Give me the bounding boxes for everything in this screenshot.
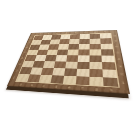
square-h1 [103,77,118,87]
square-g1 [89,77,103,86]
file-label: f [75,85,89,91]
rank-label: 8 [113,35,116,37]
rank-label: 1 [121,81,125,85]
rank-label: 3 [118,65,122,68]
square-f1 [76,76,90,85]
rank-label: 5 [116,51,119,54]
chess-board: abcdefgh abcdefgh 87654321 87654321 [7,30,130,94]
file-label: e [62,84,76,90]
rank-label: 7 [114,40,117,42]
file-label: d [49,84,63,90]
file-label: g [89,86,104,92]
rank-label: 6 [115,45,118,47]
rank-label: 2 [120,72,124,76]
file-label: h [104,87,120,94]
rank-label: 4 [117,58,121,61]
square-e1 [63,76,77,85]
playing-field [15,33,120,88]
